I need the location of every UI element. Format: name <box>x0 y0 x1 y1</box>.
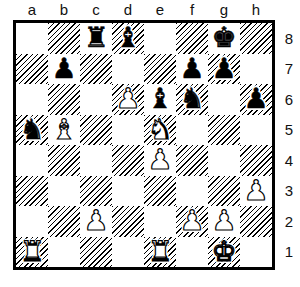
square-c3[interactable] <box>80 176 112 207</box>
piece-black-bishop: ♝ <box>147 85 172 113</box>
square-b8[interactable] <box>48 23 80 54</box>
square-c4[interactable] <box>80 145 112 176</box>
square-b3[interactable] <box>48 176 80 207</box>
square-a8[interactable] <box>16 23 48 54</box>
square-h1[interactable] <box>240 237 272 268</box>
square-h8[interactable] <box>240 23 272 54</box>
square-c5[interactable] <box>80 115 112 146</box>
rank-label-4: 4 <box>280 145 298 176</box>
square-c2[interactable]: ♟ <box>80 206 112 237</box>
square-d6[interactable]: ♟ <box>112 84 144 115</box>
piece-white-pawn: ♟ <box>115 85 140 113</box>
file-label-g: g <box>208 1 240 19</box>
square-b6[interactable] <box>48 84 80 115</box>
rank-label-6: 6 <box>280 84 298 115</box>
square-a6[interactable] <box>16 84 48 115</box>
piece-black-pawn: ♟ <box>179 55 204 83</box>
piece-white-bishop: ♝ <box>51 116 76 144</box>
piece-black-knight: ♞ <box>179 85 204 113</box>
piece-white-pawn: ♟ <box>211 207 236 235</box>
chess-board: ♜♝♚♟♟♟♟♝♞♟♞♝♞♟♟♟♟♟♜♜♚ <box>13 20 275 270</box>
square-g3[interactable] <box>208 176 240 207</box>
square-d3[interactable] <box>112 176 144 207</box>
piece-black-knight: ♞ <box>19 116 44 144</box>
piece-white-pawn: ♟ <box>147 146 172 174</box>
piece-black-pawn: ♟ <box>211 55 236 83</box>
piece-white-rook: ♜ <box>19 238 44 266</box>
square-d5[interactable] <box>112 115 144 146</box>
square-a5[interactable]: ♞ <box>16 115 48 146</box>
square-f5[interactable] <box>176 115 208 146</box>
file-label-h: h <box>240 1 272 19</box>
square-a2[interactable] <box>16 206 48 237</box>
piece-black-bishop: ♝ <box>115 24 140 52</box>
square-b1[interactable] <box>48 237 80 268</box>
square-g1[interactable]: ♚ <box>208 237 240 268</box>
square-f8[interactable] <box>176 23 208 54</box>
square-c7[interactable] <box>80 54 112 85</box>
piece-black-pawn: ♟ <box>243 85 268 113</box>
square-h7[interactable] <box>240 54 272 85</box>
file-labels: abcdefgh <box>16 1 272 19</box>
square-b4[interactable] <box>48 145 80 176</box>
square-c6[interactable] <box>80 84 112 115</box>
square-h4[interactable] <box>240 145 272 176</box>
piece-white-pawn: ♟ <box>179 207 204 235</box>
piece-white-knight: ♞ <box>147 116 172 144</box>
piece-black-king: ♚ <box>211 24 236 52</box>
square-h6[interactable]: ♟ <box>240 84 272 115</box>
square-f7[interactable]: ♟ <box>176 54 208 85</box>
square-e5[interactable]: ♞ <box>144 115 176 146</box>
square-a7[interactable] <box>16 54 48 85</box>
square-a4[interactable] <box>16 145 48 176</box>
square-b7[interactable]: ♟ <box>48 54 80 85</box>
square-f1[interactable] <box>176 237 208 268</box>
square-g8[interactable]: ♚ <box>208 23 240 54</box>
square-e8[interactable] <box>144 23 176 54</box>
file-label-e: e <box>144 1 176 19</box>
piece-white-king: ♚ <box>211 238 236 266</box>
chess-diagram: abcdefgh ♜♝♚♟♟♟♟♝♞♟♞♝♞♟♟♟♟♟♜♜♚ 87654321 <box>0 0 300 287</box>
square-a1[interactable]: ♜ <box>16 237 48 268</box>
square-g5[interactable] <box>208 115 240 146</box>
piece-white-pawn: ♟ <box>243 177 268 205</box>
square-g6[interactable] <box>208 84 240 115</box>
square-a3[interactable] <box>16 176 48 207</box>
rank-label-1: 1 <box>280 237 298 268</box>
square-b5[interactable]: ♝ <box>48 115 80 146</box>
file-label-c: c <box>80 1 112 19</box>
rank-labels: 87654321 <box>280 23 298 267</box>
square-d1[interactable] <box>112 237 144 268</box>
square-f3[interactable] <box>176 176 208 207</box>
square-f6[interactable]: ♞ <box>176 84 208 115</box>
square-d7[interactable] <box>112 54 144 85</box>
square-g2[interactable]: ♟ <box>208 206 240 237</box>
file-label-f: f <box>176 1 208 19</box>
square-b2[interactable] <box>48 206 80 237</box>
square-e1[interactable]: ♜ <box>144 237 176 268</box>
square-f4[interactable] <box>176 145 208 176</box>
square-h3[interactable]: ♟ <box>240 176 272 207</box>
square-f2[interactable]: ♟ <box>176 206 208 237</box>
square-c8[interactable]: ♜ <box>80 23 112 54</box>
piece-black-rook: ♜ <box>83 24 108 52</box>
file-label-a: a <box>16 1 48 19</box>
square-c1[interactable] <box>80 237 112 268</box>
square-e6[interactable]: ♝ <box>144 84 176 115</box>
rank-label-8: 8 <box>280 23 298 54</box>
square-g7[interactable]: ♟ <box>208 54 240 85</box>
piece-black-pawn: ♟ <box>51 55 76 83</box>
square-e2[interactable] <box>144 206 176 237</box>
piece-white-rook: ♜ <box>147 238 172 266</box>
piece-white-pawn: ♟ <box>83 207 108 235</box>
square-e3[interactable] <box>144 176 176 207</box>
square-g4[interactable] <box>208 145 240 176</box>
file-label-b: b <box>48 1 80 19</box>
rank-label-2: 2 <box>280 206 298 237</box>
file-label-d: d <box>112 1 144 19</box>
square-e4[interactable]: ♟ <box>144 145 176 176</box>
square-d4[interactable] <box>112 145 144 176</box>
square-h5[interactable] <box>240 115 272 146</box>
square-e7[interactable] <box>144 54 176 85</box>
rank-label-7: 7 <box>280 54 298 85</box>
square-d8[interactable]: ♝ <box>112 23 144 54</box>
square-d2[interactable] <box>112 206 144 237</box>
rank-label-5: 5 <box>280 115 298 146</box>
rank-label-3: 3 <box>280 176 298 207</box>
square-h2[interactable] <box>240 206 272 237</box>
